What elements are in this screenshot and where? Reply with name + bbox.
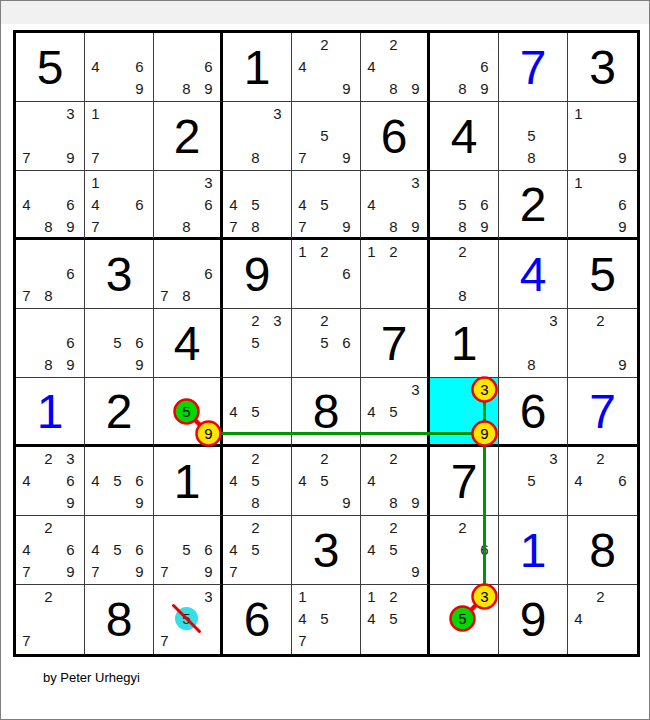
candidate-9: 9 [60,561,81,582]
candidate-9: 9 [60,147,81,168]
cell-r8c1[interactable]: 24679 [16,516,85,585]
cell-r6c2[interactable]: 2 [85,378,154,447]
candidate-2: 2 [38,586,59,607]
cell-r1c4[interactable]: 1 [223,33,292,102]
candidate-2: 2 [590,448,611,469]
cell-r2c3[interactable]: 2 [154,102,223,171]
candidate-1: 1 [568,103,589,124]
candidate-7: 7 [85,561,106,582]
candidate-9: 9 [474,423,495,444]
cell-r9c7[interactable]: 35 [430,585,499,654]
cell-r9c5[interactable]: 1457 [292,585,361,654]
candidate-9: 9 [60,354,81,375]
candidate-7: 7 [154,285,175,306]
candidate-4: 4 [361,194,382,215]
cell-r3c9[interactable]: 169 [568,171,637,240]
candidate-7: 7 [292,216,313,237]
value: 1 [499,516,567,584]
candidate-5: 5 [176,401,197,422]
candidate-3: 3 [543,448,564,469]
candidate-6: 6 [60,539,81,560]
candidate-1: 1 [568,172,589,193]
value: 9 [223,240,291,308]
value: 1 [223,33,291,101]
candidate-9: 9 [60,216,81,237]
value: 2 [154,102,220,170]
cell-r4c6[interactable]: 12 [361,240,430,309]
cell-r5c3[interactable]: 4 [154,309,223,378]
candidate-7: 7 [85,147,106,168]
cell-r8c9[interactable]: 8 [568,516,637,585]
candidate-4: 4 [85,539,106,560]
cell-r9c2[interactable]: 8 [85,585,154,654]
candidate-7: 7 [292,147,313,168]
candidate-4: 4 [223,401,244,422]
value: 3 [568,33,637,101]
candidate-5: 5 [383,401,404,422]
candidate-4: 4 [361,539,382,560]
candidate-3: 3 [267,103,288,124]
value: 2 [85,378,153,444]
candidate-8: 8 [245,216,266,237]
cell-r1c6[interactable]: 2489 [361,33,430,102]
credit-text: by Peter Urhegyi [43,670,140,685]
candidate-5: 5 [314,194,335,215]
candidate-4: 4 [85,194,106,215]
candidate-9: 9 [474,78,495,99]
candidate-8: 8 [383,492,404,513]
cell-r8c3[interactable]: 5679 [154,516,223,585]
cell-r9c1[interactable]: 27 [16,585,85,654]
candidate-3: 3 [405,379,426,400]
candidate-5: 5 [245,470,266,491]
candidate-7: 7 [223,216,244,237]
candidate-9: 9 [60,492,81,513]
cell-r9c8[interactable]: 9 [499,585,568,654]
value: 7 [499,33,567,101]
cell-r6c5[interactable]: 8 [292,378,361,447]
value: 5 [568,240,637,308]
candidate-1: 1 [361,586,382,607]
candidate-7: 7 [16,630,37,651]
candidate-4: 4 [16,194,37,215]
candidate-6: 6 [129,470,150,491]
candidate-2: 2 [38,517,59,538]
candidate-4: 4 [85,56,106,77]
candidate-7: 7 [85,216,106,237]
candidate-6: 6 [474,56,495,77]
candidate-5: 5 [107,539,128,560]
candidate-7: 7 [16,147,37,168]
candidate-8: 8 [452,78,473,99]
candidate-8: 8 [452,285,473,306]
window-top-strip [1,1,649,24]
candidate-5: 5 [314,470,335,491]
candidate-5: 5 [314,332,335,353]
candidate-2: 2 [383,517,404,538]
candidate-9: 9 [129,354,150,375]
candidate-4: 4 [223,470,244,491]
candidate-9: 9 [612,147,633,168]
candidate-8: 8 [38,354,59,375]
candidate-8: 8 [245,492,266,513]
candidate-7: 7 [16,285,37,306]
candidate-2: 2 [452,241,473,262]
cell-r1c3[interactable]: 689 [154,33,223,102]
cell-r7c5[interactable]: 2459 [292,447,361,516]
candidate-6: 6 [198,56,219,77]
candidate-3: 3 [405,172,426,193]
candidate-6: 6 [198,194,219,215]
candidate-2: 2 [245,310,266,331]
candidate-8: 8 [176,285,197,306]
value: 6 [223,585,291,654]
cell-r9c3[interactable]: 357 [154,585,223,654]
candidate-6: 6 [60,470,81,491]
cell-r9c4[interactable]: 6 [223,585,292,654]
candidate-3: 3 [543,310,564,331]
candidate-9: 9 [129,78,150,99]
candidate-7: 7 [154,561,175,582]
cell-r5c8[interactable]: 38 [499,309,568,378]
candidate-1: 1 [361,241,382,262]
cell-r1c8[interactable]: 7 [499,33,568,102]
cell-r5c1[interactable]: 689 [16,309,85,378]
candidate-6: 6 [129,539,150,560]
cell-r1c9[interactable]: 3 [568,33,637,102]
candidate-6: 6 [198,263,219,284]
cell-r3c8[interactable]: 2 [499,171,568,240]
candidate-9: 9 [405,492,426,513]
candidate-5: 5 [245,194,266,215]
cell-r2c8[interactable]: 58 [499,102,568,171]
cell-r3c4[interactable]: 4578 [223,171,292,240]
candidate-6: 6 [60,263,81,284]
cell-r3c6[interactable]: 3489 [361,171,430,240]
candidate-8: 8 [245,147,266,168]
value: 7 [430,447,498,515]
value: 7 [361,309,427,377]
candidate-1: 1 [85,172,106,193]
cell-r2c4[interactable]: 38 [223,102,292,171]
cell-r6c9[interactable]: 7 [568,378,637,447]
candidate-5: 5 [314,125,335,146]
candidate-5: 5 [521,125,542,146]
cell-r9c9[interactable]: 24 [568,585,637,654]
candidate-6: 6 [60,194,81,215]
candidate-3: 3 [474,586,495,607]
candidate-9: 9 [198,78,219,99]
candidate-5: 5 [176,539,197,560]
value: 3 [292,516,360,584]
candidate-6: 6 [198,539,219,560]
cell-r3c2[interactable]: 1467 [85,171,154,240]
candidate-4: 4 [223,194,244,215]
candidate-8: 8 [383,78,404,99]
cell-r8c6[interactable]: 2459 [361,516,430,585]
cell-r5c2[interactable]: 569 [85,309,154,378]
cell-r7c2[interactable]: 4569 [85,447,154,516]
candidate-2: 2 [314,448,335,469]
candidate-8: 8 [38,216,59,237]
cell-r3c7[interactable]: 5689 [430,171,499,240]
cell-r4c7[interactable]: 28 [430,240,499,309]
cell-r7c6[interactable]: 2489 [361,447,430,516]
value: 4 [499,240,567,308]
candidate-3: 3 [267,310,288,331]
candidate-5: 5 [521,470,542,491]
candidate-9: 9 [405,78,426,99]
candidate-5: 5 [107,332,128,353]
cell-r7c1[interactable]: 23469 [16,447,85,516]
cell-r2c7[interactable]: 4 [430,102,499,171]
candidate-6: 6 [60,332,81,353]
candidate-6: 6 [129,332,150,353]
candidate-2: 2 [383,34,404,55]
candidate-2: 2 [245,517,266,538]
cell-r7c3[interactable]: 1 [154,447,223,516]
candidate-8: 8 [521,354,542,375]
value: 6 [499,378,567,444]
candidate-2: 2 [314,241,335,262]
cell-r3c1[interactable]: 4689 [16,171,85,240]
candidate-3: 3 [60,103,81,124]
candidate-4: 4 [361,470,382,491]
value: 8 [292,378,360,444]
cell-r2c6[interactable]: 6 [361,102,430,171]
candidate-8: 8 [176,78,197,99]
cell-r1c7[interactable]: 689 [430,33,499,102]
candidate-4: 4 [16,539,37,560]
cell-r8c4[interactable]: 2457 [223,516,292,585]
candidate-3: 3 [198,172,219,193]
candidate-8: 8 [38,285,59,306]
candidate-9: 9 [405,561,426,582]
cell-r8c7[interactable]: 26 [430,516,499,585]
cell-r4c8[interactable]: 4 [499,240,568,309]
candidate-9: 9 [198,561,219,582]
candidate-8: 8 [521,147,542,168]
candidate-7: 7 [223,561,244,582]
candidate-4: 4 [361,56,382,77]
candidate-5: 5 [383,539,404,560]
value: 1 [430,309,498,377]
cell-r7c9[interactable]: 246 [568,447,637,516]
candidate-8: 8 [452,216,473,237]
candidate-2: 2 [38,448,59,469]
cell-r3c3[interactable]: 368 [154,171,223,240]
cell-r2c2[interactable]: 17 [85,102,154,171]
candidate-9: 9 [612,216,633,237]
candidate-5: 5 [314,608,335,629]
candidate-5: 5 [452,608,473,629]
candidate-6: 6 [129,56,150,77]
cell-r1c5[interactable]: 249 [292,33,361,102]
cell-r6c7[interactable]: 39 [430,378,499,447]
sudoku-board: 5469689124924896897337917238579645819468… [13,30,640,657]
candidate-2: 2 [590,586,611,607]
candidate-4: 4 [361,608,382,629]
candidate-4: 4 [568,470,589,491]
candidate-2: 2 [383,241,404,262]
cell-r5c9[interactable]: 29 [568,309,637,378]
candidate-8: 8 [383,216,404,237]
cell-r5c4[interactable]: 235 [223,309,292,378]
cell-r2c1[interactable]: 379 [16,102,85,171]
candidate-8: 8 [176,216,197,237]
candidate-2: 2 [314,34,335,55]
cell-r1c2[interactable]: 469 [85,33,154,102]
cell-r4c4[interactable]: 9 [223,240,292,309]
candidate-3: 3 [474,379,495,400]
candidate-1: 1 [292,241,313,262]
candidate-6: 6 [129,194,150,215]
cell-r2c9[interactable]: 19 [568,102,637,171]
cell-r6c8[interactable]: 6 [499,378,568,447]
cell-r3c5[interactable]: 4579 [292,171,361,240]
candidate-3: 3 [198,586,219,607]
candidate-6: 6 [474,194,495,215]
cell-r4c3[interactable]: 678 [154,240,223,309]
candidate-3: 3 [60,448,81,469]
cell-r7c8[interactable]: 35 [499,447,568,516]
candidate-9: 9 [129,492,150,513]
cell-r6c3[interactable]: 59 [154,378,223,447]
candidate-4: 4 [16,470,37,491]
cell-r7c4[interactable]: 2458 [223,447,292,516]
cell-r8c8[interactable]: 1 [499,516,568,585]
candidate-7: 7 [292,630,313,651]
candidate-2: 2 [383,448,404,469]
value: 8 [568,516,637,584]
candidate-4: 4 [292,194,313,215]
value: 1 [16,378,84,444]
candidate-7: 7 [154,630,175,651]
value: 1 [154,447,220,515]
cell-r4c9[interactable]: 5 [568,240,637,309]
candidate-2: 2 [590,310,611,331]
candidate-1: 1 [292,586,313,607]
cell-r9c6[interactable]: 1245 [361,585,430,654]
candidate-5: 5 [175,607,198,630]
cell-r8c5[interactable]: 3 [292,516,361,585]
value: 7 [568,378,637,444]
cell-r5c6[interactable]: 7 [361,309,430,378]
cell-r8c2[interactable]: 45679 [85,516,154,585]
candidate-9: 9 [198,423,219,444]
candidate-9: 9 [405,216,426,237]
candidate-4: 4 [568,608,589,629]
candidate-4: 4 [292,56,313,77]
cell-r5c7[interactable]: 1 [430,309,499,378]
candidate-2: 2 [314,310,335,331]
value: 4 [430,102,498,170]
candidate-2: 2 [245,448,266,469]
candidate-9: 9 [474,216,495,237]
candidate-5: 5 [383,608,404,629]
candidate-7: 7 [16,561,37,582]
screenshot-frame: 5469689124924896897337917238579645819468… [0,0,650,720]
cell-r5c5[interactable]: 256 [292,309,361,378]
cell-r2c5[interactable]: 579 [292,102,361,171]
value: 6 [361,102,427,170]
value: 3 [85,240,153,308]
candidate-4: 4 [85,470,106,491]
candidate-4: 4 [292,608,313,629]
value: 5 [16,33,84,101]
candidate-1: 1 [85,103,106,124]
candidate-2: 2 [452,517,473,538]
value: 2 [499,171,567,237]
cell-r4c2[interactable]: 3 [85,240,154,309]
candidate-4: 4 [292,470,313,491]
candidate-5: 5 [245,332,266,353]
cell-r6c1[interactable]: 1 [16,378,85,447]
value: 8 [85,585,153,654]
candidate-5: 5 [245,401,266,422]
cell-r7c7[interactable]: 7 [430,447,499,516]
candidate-5: 5 [245,539,266,560]
candidate-6: 6 [336,263,357,284]
cell-r4c1[interactable]: 678 [16,240,85,309]
candidate-9: 9 [336,78,357,99]
candidate-9: 9 [336,492,357,513]
candidate-2: 2 [383,586,404,607]
candidate-6: 6 [612,470,633,491]
candidate-6: 6 [612,194,633,215]
cell-r4c5[interactable]: 126 [292,240,361,309]
candidate-9: 9 [129,561,150,582]
value: 9 [499,585,567,654]
candidate-5: 5 [452,194,473,215]
candidate-9: 9 [336,216,357,237]
candidate-6: 6 [474,539,495,560]
candidate-5: 5 [107,470,128,491]
candidate-6: 6 [336,332,357,353]
candidate-9: 9 [336,147,357,168]
cell-r1c1[interactable]: 5 [16,33,85,102]
candidate-9: 9 [612,354,633,375]
candidate-4: 4 [223,539,244,560]
cell-r6c4[interactable]: 45 [223,378,292,447]
cell-r6c6[interactable]: 345 [361,378,430,447]
value: 4 [154,309,220,377]
candidate-4: 4 [361,401,382,422]
